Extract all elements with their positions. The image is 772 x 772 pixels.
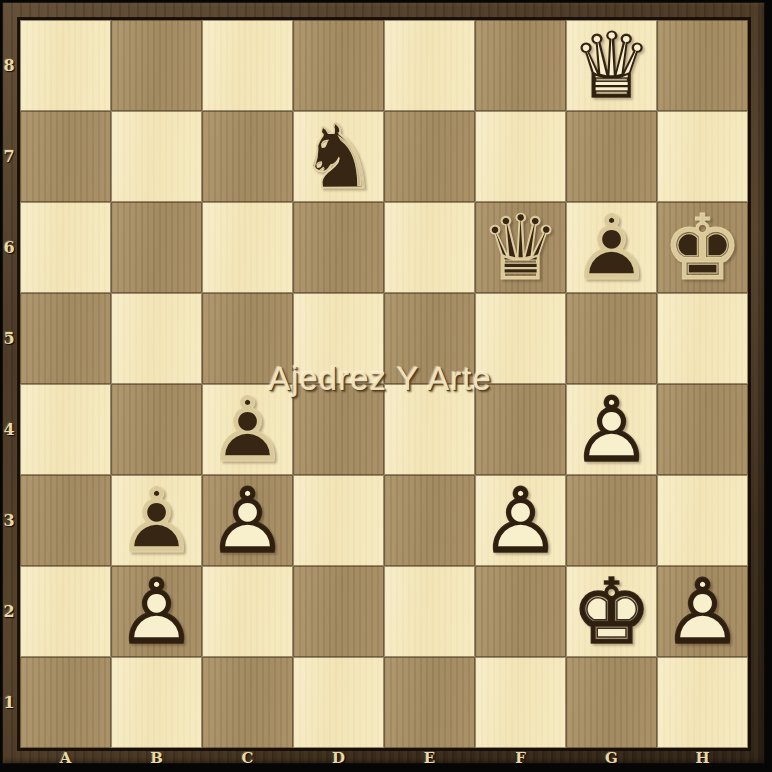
square-h8[interactable] xyxy=(657,20,748,111)
square-f7[interactable] xyxy=(475,111,566,202)
square-d5[interactable] xyxy=(293,293,384,384)
pawn-outline-icon: ♙ xyxy=(571,202,652,293)
white-pawn-h2[interactable]: ♟♙ xyxy=(657,566,748,657)
square-f6[interactable]: ♛♕ xyxy=(475,202,566,293)
square-b8[interactable] xyxy=(111,20,202,111)
square-g3[interactable] xyxy=(566,475,657,566)
square-h6[interactable]: ♚♔ xyxy=(657,202,748,293)
file-label-a: A xyxy=(60,749,72,767)
rank-label-5: 5 xyxy=(3,329,14,348)
square-e1[interactable] xyxy=(384,657,475,748)
rank-label-2: 2 xyxy=(3,602,14,621)
file-label-h: H xyxy=(695,749,709,767)
square-c2[interactable] xyxy=(202,566,293,657)
square-d8[interactable] xyxy=(293,20,384,111)
square-e4[interactable] xyxy=(384,384,475,475)
square-c4[interactable]: ♟♙ xyxy=(202,384,293,475)
square-b6[interactable] xyxy=(111,202,202,293)
square-f3[interactable]: ♟♙ xyxy=(475,475,566,566)
file-label-f: F xyxy=(515,749,526,767)
square-g1[interactable] xyxy=(566,657,657,748)
white-pawn-b2[interactable]: ♟♙ xyxy=(111,566,202,657)
square-g8[interactable]: ♛♕ xyxy=(566,20,657,111)
square-a2[interactable] xyxy=(20,566,111,657)
rank-label-3: 3 xyxy=(3,511,14,530)
pawn-outline-icon: ♙ xyxy=(571,384,652,475)
square-h1[interactable] xyxy=(657,657,748,748)
pawn-outline-icon: ♙ xyxy=(480,475,561,566)
square-e5[interactable] xyxy=(384,293,475,384)
square-d2[interactable] xyxy=(293,566,384,657)
file-label-b: B xyxy=(150,749,163,767)
chess-diagram: 87654321 ♛♕♞♘♛♕♟♙♚♔♟♙♟♙♟♙♟♙♟♙♟♙♚♔♟♙ ABCD… xyxy=(0,0,772,772)
square-h3[interactable] xyxy=(657,475,748,566)
rank-label-7: 7 xyxy=(3,147,14,166)
square-b4[interactable] xyxy=(111,384,202,475)
square-e7[interactable] xyxy=(384,111,475,202)
square-h7[interactable] xyxy=(657,111,748,202)
pawn-outline-icon: ♙ xyxy=(207,475,288,566)
square-f5[interactable] xyxy=(475,293,566,384)
square-f8[interactable] xyxy=(475,20,566,111)
knight-outline-icon: ♘ xyxy=(298,111,379,202)
square-c8[interactable] xyxy=(202,20,293,111)
square-a4[interactable] xyxy=(20,384,111,475)
black-queen-f6[interactable]: ♛♕ xyxy=(475,202,566,293)
square-a5[interactable] xyxy=(20,293,111,384)
square-c1[interactable] xyxy=(202,657,293,748)
king-outline-icon: ♔ xyxy=(662,202,743,293)
black-pawn-g6[interactable]: ♟♙ xyxy=(566,202,657,293)
queen-outline-icon: ♕ xyxy=(480,202,561,293)
square-c6[interactable] xyxy=(202,202,293,293)
square-g6[interactable]: ♟♙ xyxy=(566,202,657,293)
file-label-d: D xyxy=(332,749,345,767)
white-king-g2[interactable]: ♚♔ xyxy=(566,566,657,657)
square-a3[interactable] xyxy=(20,475,111,566)
square-b2[interactable]: ♟♙ xyxy=(111,566,202,657)
square-h2[interactable]: ♟♙ xyxy=(657,566,748,657)
square-g7[interactable] xyxy=(566,111,657,202)
square-h5[interactable] xyxy=(657,293,748,384)
square-c7[interactable] xyxy=(202,111,293,202)
board-grid: ♛♕♞♘♛♕♟♙♚♔♟♙♟♙♟♙♟♙♟♙♟♙♚♔♟♙ xyxy=(18,18,750,750)
white-queen-g8[interactable]: ♛♕ xyxy=(566,20,657,111)
square-e2[interactable] xyxy=(384,566,475,657)
square-a6[interactable] xyxy=(20,202,111,293)
square-b3[interactable]: ♟♙ xyxy=(111,475,202,566)
rank-label-4: 4 xyxy=(3,420,14,439)
rank-label-8: 8 xyxy=(3,56,14,75)
white-pawn-c3[interactable]: ♟♙ xyxy=(202,475,293,566)
square-d6[interactable] xyxy=(293,202,384,293)
square-b5[interactable] xyxy=(111,293,202,384)
rank-label-6: 6 xyxy=(3,238,14,257)
file-label-g: G xyxy=(605,749,618,767)
square-a7[interactable] xyxy=(20,111,111,202)
black-king-h6[interactable]: ♚♔ xyxy=(657,202,748,293)
file-label-c: C xyxy=(242,749,254,767)
black-pawn-b3[interactable]: ♟♙ xyxy=(111,475,202,566)
pawn-outline-icon: ♙ xyxy=(207,384,288,475)
pawn-outline-icon: ♙ xyxy=(116,475,197,566)
file-label-e: E xyxy=(424,749,435,767)
black-pawn-c4[interactable]: ♟♙ xyxy=(202,384,293,475)
white-pawn-f3[interactable]: ♟♙ xyxy=(475,475,566,566)
square-g5[interactable] xyxy=(566,293,657,384)
square-h4[interactable] xyxy=(657,384,748,475)
white-pawn-g4[interactable]: ♟♙ xyxy=(566,384,657,475)
black-knight-d7[interactable]: ♞♘ xyxy=(293,111,384,202)
square-d4[interactable] xyxy=(293,384,384,475)
pawn-outline-icon: ♙ xyxy=(662,566,743,657)
square-a1[interactable] xyxy=(20,657,111,748)
square-g4[interactable]: ♟♙ xyxy=(566,384,657,475)
queen-outline-icon: ♕ xyxy=(571,20,652,111)
square-g2[interactable]: ♚♔ xyxy=(566,566,657,657)
file-labels: ABCDEFGH xyxy=(20,749,748,763)
square-b1[interactable] xyxy=(111,657,202,748)
square-d3[interactable] xyxy=(293,475,384,566)
king-outline-icon: ♔ xyxy=(571,566,652,657)
square-e3[interactable] xyxy=(384,475,475,566)
square-e6[interactable] xyxy=(384,202,475,293)
square-e8[interactable] xyxy=(384,20,475,111)
pawn-outline-icon: ♙ xyxy=(116,566,197,657)
square-c3[interactable]: ♟♙ xyxy=(202,475,293,566)
square-f1[interactable] xyxy=(475,657,566,748)
square-b7[interactable] xyxy=(111,111,202,202)
square-f4[interactable] xyxy=(475,384,566,475)
rank-labels: 87654321 xyxy=(0,20,18,748)
square-d1[interactable] xyxy=(293,657,384,748)
square-f2[interactable] xyxy=(475,566,566,657)
square-c5[interactable] xyxy=(202,293,293,384)
rank-label-1: 1 xyxy=(3,693,14,712)
square-a8[interactable] xyxy=(20,20,111,111)
square-d7[interactable]: ♞♘ xyxy=(293,111,384,202)
